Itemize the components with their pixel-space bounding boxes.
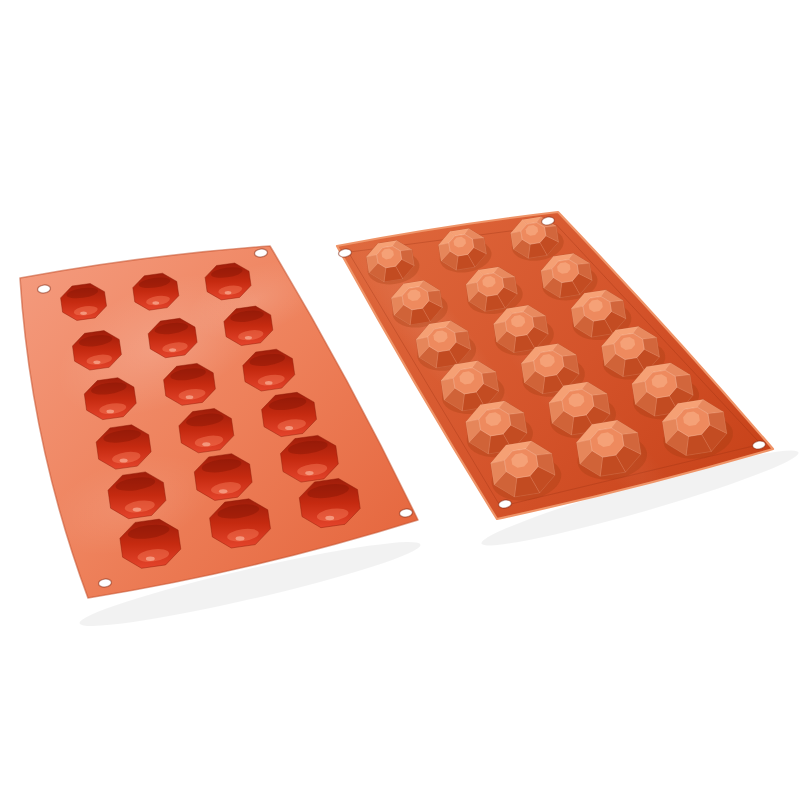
molds-illustration [0,0,800,800]
product-photo [0,0,800,800]
mold-cavity-side [20,244,418,598]
